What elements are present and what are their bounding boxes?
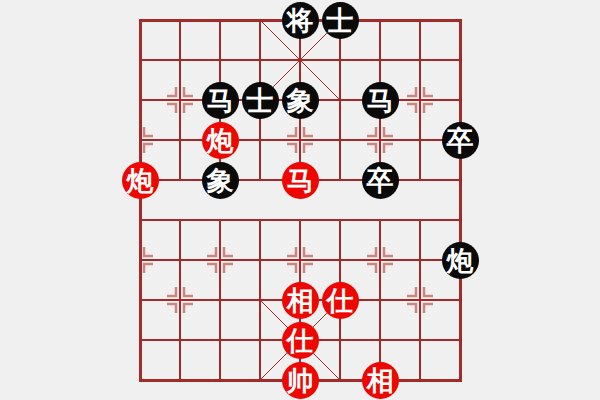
position-marker (384, 264, 393, 273)
piece-red-elephant[interactable]: 相 (282, 282, 319, 319)
position-marker (207, 264, 216, 273)
position-marker (184, 304, 193, 313)
position-marker (207, 247, 216, 256)
position-marker (144, 127, 153, 136)
position-marker (304, 264, 313, 273)
position-marker (167, 287, 176, 296)
position-marker (287, 247, 296, 256)
piece-red-elephant[interactable]: 相 (362, 362, 399, 399)
piece-red-horse[interactable]: 马 (282, 162, 319, 199)
position-marker (144, 144, 153, 153)
position-marker (407, 104, 416, 113)
position-marker (407, 287, 416, 296)
position-marker (287, 127, 296, 136)
piece-black-advisor[interactable]: 士 (242, 82, 279, 119)
piece-red-cannon[interactable]: 炮 (202, 122, 239, 159)
piece-black-horse[interactable]: 马 (202, 82, 239, 119)
position-marker (407, 87, 416, 96)
position-marker (407, 304, 416, 313)
position-marker (384, 247, 393, 256)
position-marker (167, 87, 176, 96)
position-marker (304, 247, 313, 256)
position-marker (144, 247, 153, 256)
position-marker (424, 104, 433, 113)
position-marker (144, 264, 153, 273)
position-marker (287, 264, 296, 273)
position-marker (384, 144, 393, 153)
position-marker (304, 127, 313, 136)
piece-black-soldier[interactable]: 卒 (362, 162, 399, 199)
position-marker (287, 144, 296, 153)
position-marker (424, 287, 433, 296)
position-marker (424, 304, 433, 313)
position-marker (224, 264, 233, 273)
position-marker (384, 127, 393, 136)
position-marker (184, 287, 193, 296)
position-marker (367, 144, 376, 153)
position-marker (167, 304, 176, 313)
position-marker (304, 144, 313, 153)
piece-black-advisor[interactable]: 士 (322, 2, 359, 39)
position-marker (367, 247, 376, 256)
position-marker (367, 264, 376, 273)
piece-black-cannon[interactable]: 炮 (442, 242, 479, 279)
position-marker (184, 104, 193, 113)
xiangqi-app: 将士马士象马炮卒炮象马卒炮相仕仕帅相 (0, 0, 600, 400)
piece-black-general[interactable]: 将 (282, 2, 319, 39)
position-marker (224, 247, 233, 256)
piece-red-king[interactable]: 帅 (282, 362, 319, 399)
position-marker (367, 127, 376, 136)
piece-red-cannon[interactable]: 炮 (122, 162, 159, 199)
piece-red-advisor[interactable]: 仕 (282, 322, 319, 359)
piece-black-soldier[interactable]: 卒 (442, 122, 479, 159)
position-marker (167, 104, 176, 113)
position-marker (424, 87, 433, 96)
piece-red-advisor[interactable]: 仕 (322, 282, 359, 319)
piece-black-elephant[interactable]: 象 (202, 162, 239, 199)
piece-black-horse[interactable]: 马 (362, 82, 399, 119)
piece-black-elephant[interactable]: 象 (282, 82, 319, 119)
position-marker (184, 87, 193, 96)
